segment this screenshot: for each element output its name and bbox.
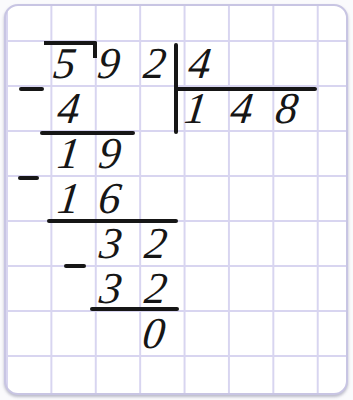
quotient-digit-1: 1 (171, 85, 221, 131)
subtraction-line-3 (90, 307, 179, 311)
quotient-underline (175, 87, 317, 91)
squared-notebook-paper: 59244148191632320 (4, 4, 348, 395)
quotient-digit-4: 4 (217, 85, 267, 131)
screenshot-stage: 59244148191632320 (0, 0, 353, 400)
minus-sign-1 (19, 87, 44, 91)
subtrahend-digit-1: 1 (45, 175, 95, 221)
minus-sign-3 (64, 264, 86, 268)
remainder-digit-9: 9 (85, 130, 135, 176)
divisor-digit-4: 4 (175, 40, 225, 86)
subtrahend-digit-3: 3 (86, 265, 136, 311)
subtrahend-digit-4: 4 (45, 85, 95, 131)
subtraction-line-2 (47, 219, 178, 223)
final-remainder-digit-0: 0 (129, 310, 179, 356)
remainder-digit-3: 3 (86, 220, 136, 266)
minus-sign-2 (18, 176, 39, 180)
dividend-digit-2: 2 (130, 40, 180, 86)
subtrahend-digit-2: 2 (131, 265, 181, 311)
first-digit-bracket (44, 41, 97, 58)
remainder-digit-2: 2 (131, 220, 181, 266)
quotient-digit-8: 8 (263, 85, 313, 131)
subtrahend-digit-6: 6 (85, 175, 135, 221)
handwriting-layer: 59244148191632320 (6, 6, 346, 393)
remainder-digit-1: 1 (45, 130, 95, 176)
subtraction-line-1 (40, 131, 135, 135)
